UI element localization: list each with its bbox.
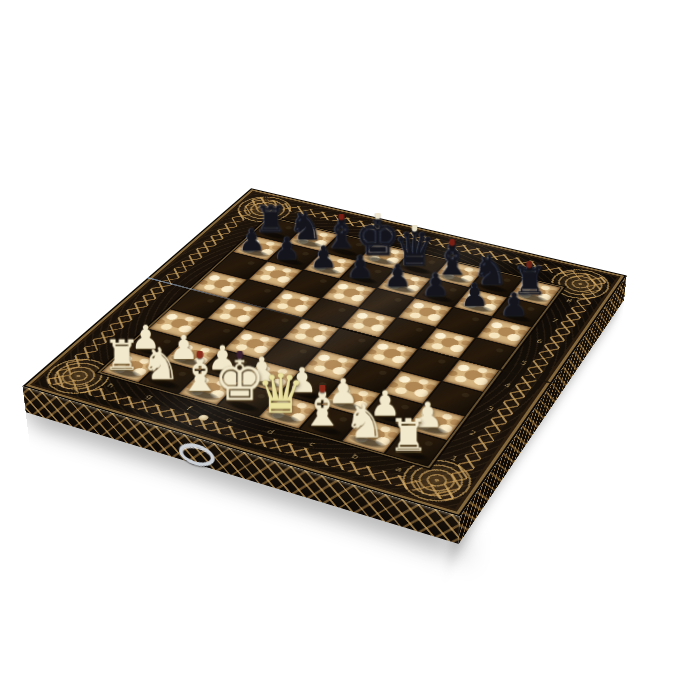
finial-tip [236,350,242,359]
board-top-face: ♜♞♝♚♛♝♞♜♟♟♟♟♟♟♟♟♟♟♟♟♟♟♟♟♜♞♝♚♛♝♞♜ hgfedcb… [22,188,626,516]
chess-box: ♜♞♝♚♛♝♞♜♟♟♟♟♟♟♟♟♟♟♟♟♟♟♟♟♜♞♝♚♛♝♞♜ hgfedcb… [22,188,626,516]
finial-tip [196,350,202,359]
finial-tip [449,238,455,246]
finial-tip [411,224,417,232]
chess-set-photo: ♜♞♝♚♛♝♞♜♟♟♟♟♟♟♟♟♟♟♟♟♟♟♟♟♜♞♝♚♛♝♞♜ hgfedcb… [0,0,700,700]
clasp-icon [177,441,217,469]
finial-tip [338,213,344,220]
scene: ♜♞♝♚♛♝♞♜♟♟♟♟♟♟♟♟♟♟♟♟♟♟♟♟♜♞♝♚♛♝♞♜ hgfedcb… [0,0,700,700]
piece-black-pawn[interactable]: ♟ [482,288,546,320]
piece-white-rook[interactable]: ♜ [372,413,444,458]
finial-tip [319,384,326,393]
finial-tip [526,260,532,268]
finial-tip [374,212,380,220]
